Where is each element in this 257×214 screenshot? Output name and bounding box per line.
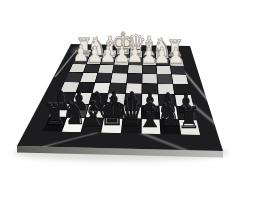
piece-black-rook-a8[interactable]: ♜ — [177, 102, 200, 132]
pieces-layer: ♜♞♝♚♛♝♞♜♟♟♟♟♟♟♟♟♟♟♟♟♟♟♟♟♜♞♝♚♛♝♞♜ — [0, 0, 257, 214]
chess-set-photo: ♜♞♝♚♛♝♞♜♟♟♟♟♟♟♟♟♟♟♟♟♟♟♟♟♜♞♝♚♛♝♞♜ — [0, 0, 257, 214]
piece-white-pawn-a2[interactable]: ♟ — [168, 44, 185, 66]
